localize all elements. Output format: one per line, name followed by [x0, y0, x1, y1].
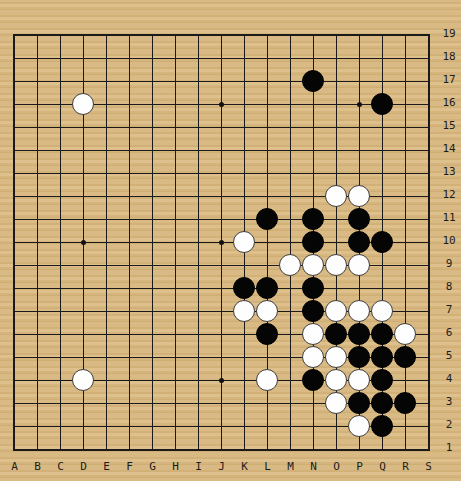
stone-white-P4 [348, 369, 370, 391]
stone-white-P7 [348, 300, 370, 322]
row-label-10: 10 [437, 235, 461, 247]
column-label-L: L [259, 461, 276, 473]
stone-white-L7 [256, 300, 278, 322]
stone-black-Q2 [371, 415, 393, 437]
row-label-7: 7 [437, 304, 461, 316]
row-label-14: 14 [437, 143, 461, 155]
row-label-9: 9 [437, 258, 461, 270]
stone-black-N7 [302, 300, 324, 322]
stone-black-Q3 [371, 392, 393, 414]
stone-white-D4 [72, 369, 94, 391]
column-label-S: S [420, 461, 437, 473]
stone-white-P12 [348, 185, 370, 207]
row-label-3: 3 [437, 396, 461, 408]
row-label-1: 1 [437, 442, 461, 454]
row-label-15: 15 [437, 120, 461, 132]
row-label-5: 5 [437, 350, 461, 362]
stone-black-Q10 [371, 231, 393, 253]
row-label-16: 16 [437, 97, 461, 109]
stone-black-P11 [348, 208, 370, 230]
column-label-B: B [29, 461, 46, 473]
stone-black-Q16 [371, 93, 393, 115]
stone-black-L11 [256, 208, 278, 230]
stone-black-N4 [302, 369, 324, 391]
stone-black-Q4 [371, 369, 393, 391]
stone-black-P5 [348, 346, 370, 368]
stone-black-Q5 [371, 346, 393, 368]
stone-black-Q6 [371, 323, 393, 345]
stone-black-R3 [394, 392, 416, 414]
stone-white-N6 [302, 323, 324, 345]
stone-white-O12 [325, 185, 347, 207]
stone-white-L4 [256, 369, 278, 391]
stone-white-N5 [302, 346, 324, 368]
star-point-J4 [219, 378, 224, 383]
row-label-17: 17 [437, 74, 461, 86]
row-label-8: 8 [437, 281, 461, 293]
row-label-12: 12 [437, 189, 461, 201]
column-label-F: F [121, 461, 138, 473]
stone-black-P6 [348, 323, 370, 345]
stone-white-O4 [325, 369, 347, 391]
go-board-screen: ABCDEFGHIJKLMNOPQRS191817161514131211109… [0, 0, 461, 481]
stone-white-O7 [325, 300, 347, 322]
row-label-6: 6 [437, 327, 461, 339]
column-label-I: I [190, 461, 207, 473]
stone-black-K8 [233, 277, 255, 299]
column-label-G: G [144, 461, 161, 473]
star-point-P16 [357, 102, 362, 107]
stone-white-N9 [302, 254, 324, 276]
stone-black-N8 [302, 277, 324, 299]
stone-white-M9 [279, 254, 301, 276]
column-label-D: D [75, 461, 92, 473]
column-label-A: A [6, 461, 23, 473]
stone-white-P2 [348, 415, 370, 437]
stone-white-K10 [233, 231, 255, 253]
stone-white-D16 [72, 93, 94, 115]
stone-black-L6 [256, 323, 278, 345]
star-point-J16 [219, 102, 224, 107]
column-label-N: N [305, 461, 322, 473]
stone-white-O3 [325, 392, 347, 414]
column-label-O: O [328, 461, 345, 473]
stone-black-P10 [348, 231, 370, 253]
stone-black-P3 [348, 392, 370, 414]
stone-white-K7 [233, 300, 255, 322]
row-label-18: 18 [437, 51, 461, 63]
column-label-E: E [98, 461, 115, 473]
stone-black-L8 [256, 277, 278, 299]
column-label-C: C [52, 461, 69, 473]
column-label-R: R [397, 461, 414, 473]
column-label-J: J [213, 461, 230, 473]
row-label-4: 4 [437, 373, 461, 385]
stone-black-N10 [302, 231, 324, 253]
star-point-D10 [81, 240, 86, 245]
stone-white-Q7 [371, 300, 393, 322]
column-label-P: P [351, 461, 368, 473]
row-label-19: 19 [437, 28, 461, 40]
column-label-Q: Q [374, 461, 391, 473]
row-label-13: 13 [437, 166, 461, 178]
stone-white-O5 [325, 346, 347, 368]
column-label-M: M [282, 461, 299, 473]
stone-white-O9 [325, 254, 347, 276]
column-label-H: H [167, 461, 184, 473]
stone-white-R6 [394, 323, 416, 345]
row-label-2: 2 [437, 419, 461, 431]
stone-white-P9 [348, 254, 370, 276]
column-label-K: K [236, 461, 253, 473]
star-point-J10 [219, 240, 224, 245]
row-label-11: 11 [437, 212, 461, 224]
stone-black-N11 [302, 208, 324, 230]
stone-black-R5 [394, 346, 416, 368]
stone-black-N17 [302, 70, 324, 92]
stone-black-O6 [325, 323, 347, 345]
